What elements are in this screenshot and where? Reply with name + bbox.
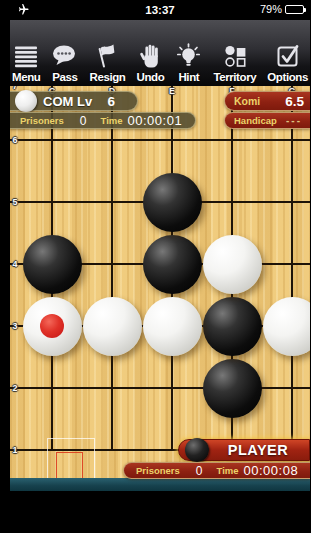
- komi-value: 6.5: [285, 94, 304, 109]
- player-time-value: 00:00:08: [244, 463, 299, 478]
- player-prisoners-value: 0: [196, 464, 203, 478]
- territory-label: Territory: [213, 71, 256, 83]
- lightbulb-icon: [175, 42, 202, 70]
- board-minimap: [47, 438, 95, 478]
- speech-bubble-icon: [51, 42, 78, 70]
- row-label: 6: [12, 135, 17, 145]
- hand-icon: [138, 42, 163, 70]
- com-level-value: 6: [107, 94, 129, 109]
- player-prisoners-label: Prisoners: [136, 465, 180, 476]
- toolbar: Menu Pass Resign Undo Hint: [10, 20, 310, 86]
- player-time-label: Time: [217, 465, 239, 476]
- black-stone-icon: [185, 438, 209, 462]
- app-screen: 13:37 79% Menu Pass Resign: [10, 0, 310, 533]
- pass-button[interactable]: Pass: [51, 42, 78, 83]
- white-stone: [263, 297, 311, 356]
- checkbox-icon: [275, 42, 301, 70]
- battery-percent: 79%: [260, 3, 282, 15]
- black-stone: [143, 173, 202, 232]
- minimap-viewport-rect: [56, 452, 83, 478]
- white-stone: [203, 235, 262, 294]
- options-label: Options: [267, 71, 308, 83]
- com-panel: COM Lv 6: [10, 91, 138, 111]
- com-time-label: Time: [101, 115, 123, 126]
- player-name-label: PLAYER: [217, 442, 299, 458]
- menu-label: Menu: [12, 71, 40, 83]
- black-stone: [203, 297, 262, 356]
- handicap-value: ---: [286, 115, 302, 126]
- player-stats-panel: Prisoners 0 Time 00:00:08: [123, 462, 310, 479]
- column-label: E: [169, 86, 175, 96]
- komi-label: Komi: [234, 95, 260, 107]
- screen-footer: [10, 491, 310, 533]
- table-background: [10, 478, 310, 491]
- com-time-value: 00:00:01: [128, 113, 183, 128]
- player-panel: PLAYER: [178, 439, 310, 461]
- territory-button[interactable]: Territory: [213, 42, 256, 83]
- resign-button[interactable]: Resign: [90, 42, 126, 83]
- hint-button[interactable]: Hint: [175, 42, 202, 83]
- flag-icon: [94, 42, 121, 70]
- resign-label: Resign: [90, 71, 126, 83]
- com-prisoners-value: 0: [80, 114, 87, 128]
- white-stone: [83, 297, 142, 356]
- last-move-marker: [40, 314, 64, 338]
- handicap-panel: Handicap ---: [224, 112, 310, 129]
- go-board[interactable]: CDEFG7654321: [10, 86, 310, 478]
- menu-icon: [13, 42, 39, 70]
- black-stone: [203, 359, 262, 418]
- territory-shapes-icon: [222, 42, 248, 70]
- grid-line-horizontal: [10, 387, 310, 389]
- com-name-label: COM Lv: [43, 94, 92, 109]
- pass-label: Pass: [52, 71, 77, 83]
- undo-button[interactable]: Undo: [137, 42, 165, 83]
- com-prisoners-label: Prisoners: [20, 115, 64, 126]
- row-label: 1: [12, 445, 17, 455]
- hint-label: Hint: [178, 71, 199, 83]
- black-stone: [23, 235, 82, 294]
- com-stats-panel: Prisoners 0 Time 00:00:01: [10, 112, 196, 129]
- row-label: 2: [12, 383, 17, 393]
- grid-line-horizontal: [10, 139, 310, 141]
- row-label: 3: [12, 321, 17, 331]
- handicap-label: Handicap: [234, 115, 277, 126]
- status-bar: 13:37 79%: [10, 0, 310, 20]
- undo-label: Undo: [137, 71, 165, 83]
- white-stone-icon: [15, 90, 37, 112]
- white-stone: [143, 297, 202, 356]
- komi-panel: Komi 6.5: [224, 91, 310, 111]
- options-button[interactable]: Options: [267, 42, 308, 83]
- white-stone: [23, 297, 82, 356]
- black-stone: [143, 235, 202, 294]
- menu-button[interactable]: Menu: [12, 42, 40, 83]
- row-label: 4: [12, 259, 17, 269]
- row-label: 5: [12, 197, 17, 207]
- battery-icon: [285, 5, 304, 14]
